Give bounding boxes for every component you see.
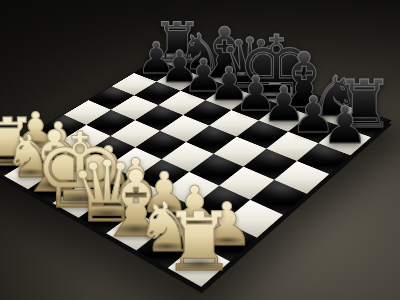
black-pawn-h7[interactable]: ♟ bbox=[322, 100, 368, 151]
white-rook-h1[interactable]: ♜ bbox=[163, 201, 236, 282]
pieces-layer: ♜♞♝♛♚♝♞♜♟♟♟♟♟♟♟♟♟♟♟♟♟♟♟♟♜♞♝♚♛♝♞♜ bbox=[0, 0, 400, 300]
scene: ♜♞♝♛♚♝♞♜♟♟♟♟♟♟♟♟♟♟♟♟♟♟♟♟♜♞♝♚♛♝♞♜ bbox=[0, 0, 400, 300]
